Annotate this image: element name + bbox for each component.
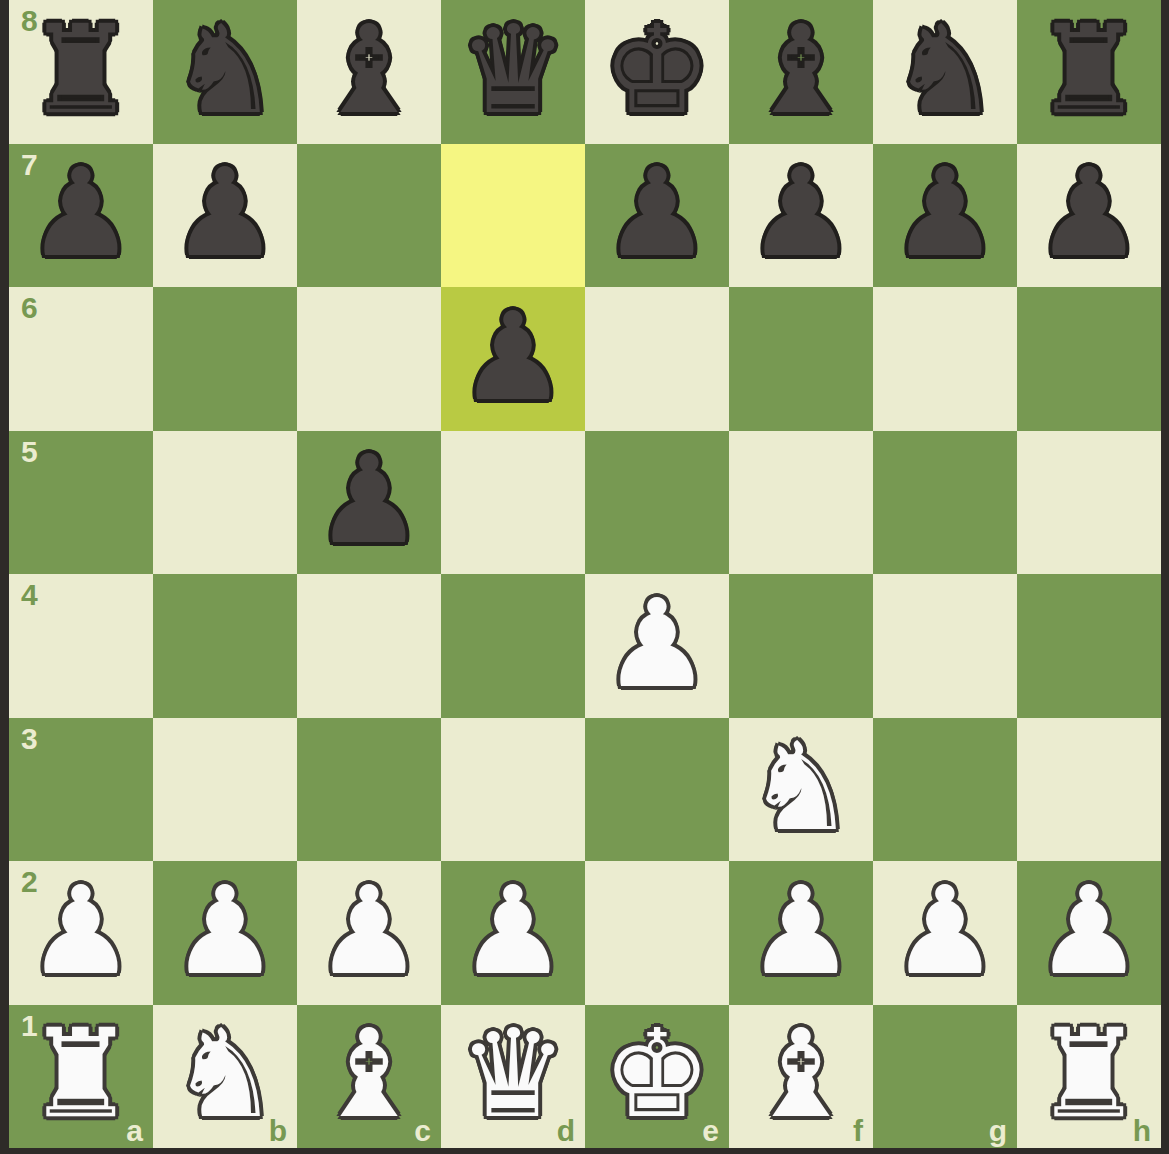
square-h1[interactable]: h♜ bbox=[1017, 1005, 1161, 1149]
square-h4[interactable] bbox=[1017, 574, 1161, 718]
square-h8[interactable]: ♜ bbox=[1017, 0, 1161, 144]
square-g3[interactable] bbox=[873, 718, 1017, 862]
piece-black-bishop[interactable]: ♝ bbox=[746, 9, 855, 131]
square-c6[interactable] bbox=[297, 287, 441, 431]
rank-label-1: 1 bbox=[21, 1009, 38, 1043]
square-e7[interactable]: ♟ bbox=[585, 144, 729, 288]
square-c1[interactable]: c♝ bbox=[297, 1005, 441, 1149]
square-a3[interactable]: 3 bbox=[9, 718, 153, 862]
square-h7[interactable]: ♟ bbox=[1017, 144, 1161, 288]
piece-white-knight[interactable]: ♞ bbox=[746, 726, 855, 848]
file-label-h: h bbox=[1133, 1114, 1151, 1148]
square-h6[interactable] bbox=[1017, 287, 1161, 431]
square-h5[interactable] bbox=[1017, 431, 1161, 575]
square-e3[interactable] bbox=[585, 718, 729, 862]
square-c4[interactable] bbox=[297, 574, 441, 718]
file-label-b: b bbox=[269, 1114, 287, 1148]
square-f7[interactable]: ♟ bbox=[729, 144, 873, 288]
piece-white-rook[interactable]: ♜ bbox=[1034, 1013, 1143, 1135]
square-g8[interactable]: ♞ bbox=[873, 0, 1017, 144]
square-f5[interactable] bbox=[729, 431, 873, 575]
square-d2[interactable]: ♟ bbox=[441, 861, 585, 1005]
piece-white-pawn[interactable]: ♟ bbox=[1034, 870, 1143, 992]
piece-black-rook[interactable]: ♜ bbox=[1034, 9, 1143, 131]
square-e8[interactable]: ♚ bbox=[585, 0, 729, 144]
square-d8[interactable]: ♛ bbox=[441, 0, 585, 144]
chess-board: 8♜♞♝♛♚♝♞♜7♟♟♟♟♟♟6♟5♟4♟3♞2♟♟♟♟♟♟♟1a♜b♞c♝d… bbox=[9, 0, 1161, 1148]
square-e2[interactable] bbox=[585, 861, 729, 1005]
rank-label-8: 8 bbox=[21, 4, 38, 38]
piece-black-queen[interactable]: ♛ bbox=[458, 9, 567, 131]
square-d6[interactable]: ♟ bbox=[441, 287, 585, 431]
square-d4[interactable] bbox=[441, 574, 585, 718]
piece-white-bishop[interactable]: ♝ bbox=[746, 1013, 855, 1135]
square-c3[interactable] bbox=[297, 718, 441, 862]
square-c2[interactable]: ♟ bbox=[297, 861, 441, 1005]
piece-white-pawn[interactable]: ♟ bbox=[314, 870, 423, 992]
piece-black-pawn[interactable]: ♟ bbox=[170, 152, 279, 274]
square-a8[interactable]: 8♜ bbox=[9, 0, 153, 144]
piece-black-pawn[interactable]: ♟ bbox=[458, 296, 567, 418]
piece-black-knight[interactable]: ♞ bbox=[890, 9, 999, 131]
rank-label-2: 2 bbox=[21, 865, 38, 899]
rank-label-6: 6 bbox=[21, 291, 38, 325]
square-c5[interactable]: ♟ bbox=[297, 431, 441, 575]
square-e1[interactable]: e♚ bbox=[585, 1005, 729, 1149]
square-a1[interactable]: 1a♜ bbox=[9, 1005, 153, 1149]
square-h2[interactable]: ♟ bbox=[1017, 861, 1161, 1005]
square-f3[interactable]: ♞ bbox=[729, 718, 873, 862]
piece-black-knight[interactable]: ♞ bbox=[170, 9, 279, 131]
square-b7[interactable]: ♟ bbox=[153, 144, 297, 288]
piece-black-pawn[interactable]: ♟ bbox=[746, 152, 855, 274]
piece-black-king[interactable]: ♚ bbox=[602, 9, 711, 131]
square-h3[interactable] bbox=[1017, 718, 1161, 862]
piece-white-rook[interactable]: ♜ bbox=[26, 1013, 135, 1135]
square-f2[interactable]: ♟ bbox=[729, 861, 873, 1005]
square-b3[interactable] bbox=[153, 718, 297, 862]
piece-black-pawn[interactable]: ♟ bbox=[26, 152, 135, 274]
square-b8[interactable]: ♞ bbox=[153, 0, 297, 144]
piece-black-pawn[interactable]: ♟ bbox=[602, 152, 711, 274]
rank-label-7: 7 bbox=[21, 148, 38, 182]
square-a2[interactable]: 2♟ bbox=[9, 861, 153, 1005]
square-f6[interactable] bbox=[729, 287, 873, 431]
square-g2[interactable]: ♟ bbox=[873, 861, 1017, 1005]
square-a7[interactable]: 7♟ bbox=[9, 144, 153, 288]
square-e5[interactable] bbox=[585, 431, 729, 575]
square-g6[interactable] bbox=[873, 287, 1017, 431]
piece-white-queen[interactable]: ♛ bbox=[458, 1013, 567, 1135]
piece-black-pawn[interactable]: ♟ bbox=[1034, 152, 1143, 274]
square-b6[interactable] bbox=[153, 287, 297, 431]
piece-white-pawn[interactable]: ♟ bbox=[26, 870, 135, 992]
square-b5[interactable] bbox=[153, 431, 297, 575]
piece-black-rook[interactable]: ♜ bbox=[26, 9, 135, 131]
square-b1[interactable]: b♞ bbox=[153, 1005, 297, 1149]
piece-white-pawn[interactable]: ♟ bbox=[458, 870, 567, 992]
piece-white-pawn[interactable]: ♟ bbox=[170, 870, 279, 992]
file-label-d: d bbox=[557, 1114, 575, 1148]
piece-black-pawn[interactable]: ♟ bbox=[890, 152, 999, 274]
rank-label-5: 5 bbox=[21, 435, 38, 469]
piece-white-king[interactable]: ♚ bbox=[602, 1013, 711, 1135]
board-frame: 8♜♞♝♛♚♝♞♜7♟♟♟♟♟♟6♟5♟4♟3♞2♟♟♟♟♟♟♟1a♜b♞c♝d… bbox=[0, 0, 1169, 1154]
square-b2[interactable]: ♟ bbox=[153, 861, 297, 1005]
rank-label-3: 3 bbox=[21, 722, 38, 756]
square-e6[interactable] bbox=[585, 287, 729, 431]
square-a4[interactable]: 4 bbox=[9, 574, 153, 718]
square-b4[interactable] bbox=[153, 574, 297, 718]
square-d3[interactable] bbox=[441, 718, 585, 862]
square-c8[interactable]: ♝ bbox=[297, 0, 441, 144]
square-c7[interactable] bbox=[297, 144, 441, 288]
square-f4[interactable] bbox=[729, 574, 873, 718]
file-label-e: e bbox=[702, 1114, 719, 1148]
square-d7[interactable] bbox=[441, 144, 585, 288]
piece-white-bishop[interactable]: ♝ bbox=[314, 1013, 423, 1135]
piece-white-knight[interactable]: ♞ bbox=[170, 1013, 279, 1135]
square-g5[interactable] bbox=[873, 431, 1017, 575]
file-label-a: a bbox=[126, 1114, 143, 1148]
file-label-f: f bbox=[853, 1114, 863, 1148]
piece-black-pawn[interactable]: ♟ bbox=[314, 439, 423, 561]
piece-black-bishop[interactable]: ♝ bbox=[314, 9, 423, 131]
square-e4[interactable]: ♟ bbox=[585, 574, 729, 718]
square-d1[interactable]: d♛ bbox=[441, 1005, 585, 1149]
file-label-g: g bbox=[989, 1114, 1007, 1148]
piece-white-pawn[interactable]: ♟ bbox=[602, 583, 711, 705]
square-d5[interactable] bbox=[441, 431, 585, 575]
square-g4[interactable] bbox=[873, 574, 1017, 718]
square-a5[interactable]: 5 bbox=[9, 431, 153, 575]
piece-white-pawn[interactable]: ♟ bbox=[890, 870, 999, 992]
piece-white-pawn[interactable]: ♟ bbox=[746, 870, 855, 992]
file-label-c: c bbox=[414, 1114, 431, 1148]
square-f8[interactable]: ♝ bbox=[729, 0, 873, 144]
square-f1[interactable]: f♝ bbox=[729, 1005, 873, 1149]
square-g1[interactable]: g bbox=[873, 1005, 1017, 1149]
rank-label-4: 4 bbox=[21, 578, 38, 612]
square-a6[interactable]: 6 bbox=[9, 287, 153, 431]
square-g7[interactable]: ♟ bbox=[873, 144, 1017, 288]
